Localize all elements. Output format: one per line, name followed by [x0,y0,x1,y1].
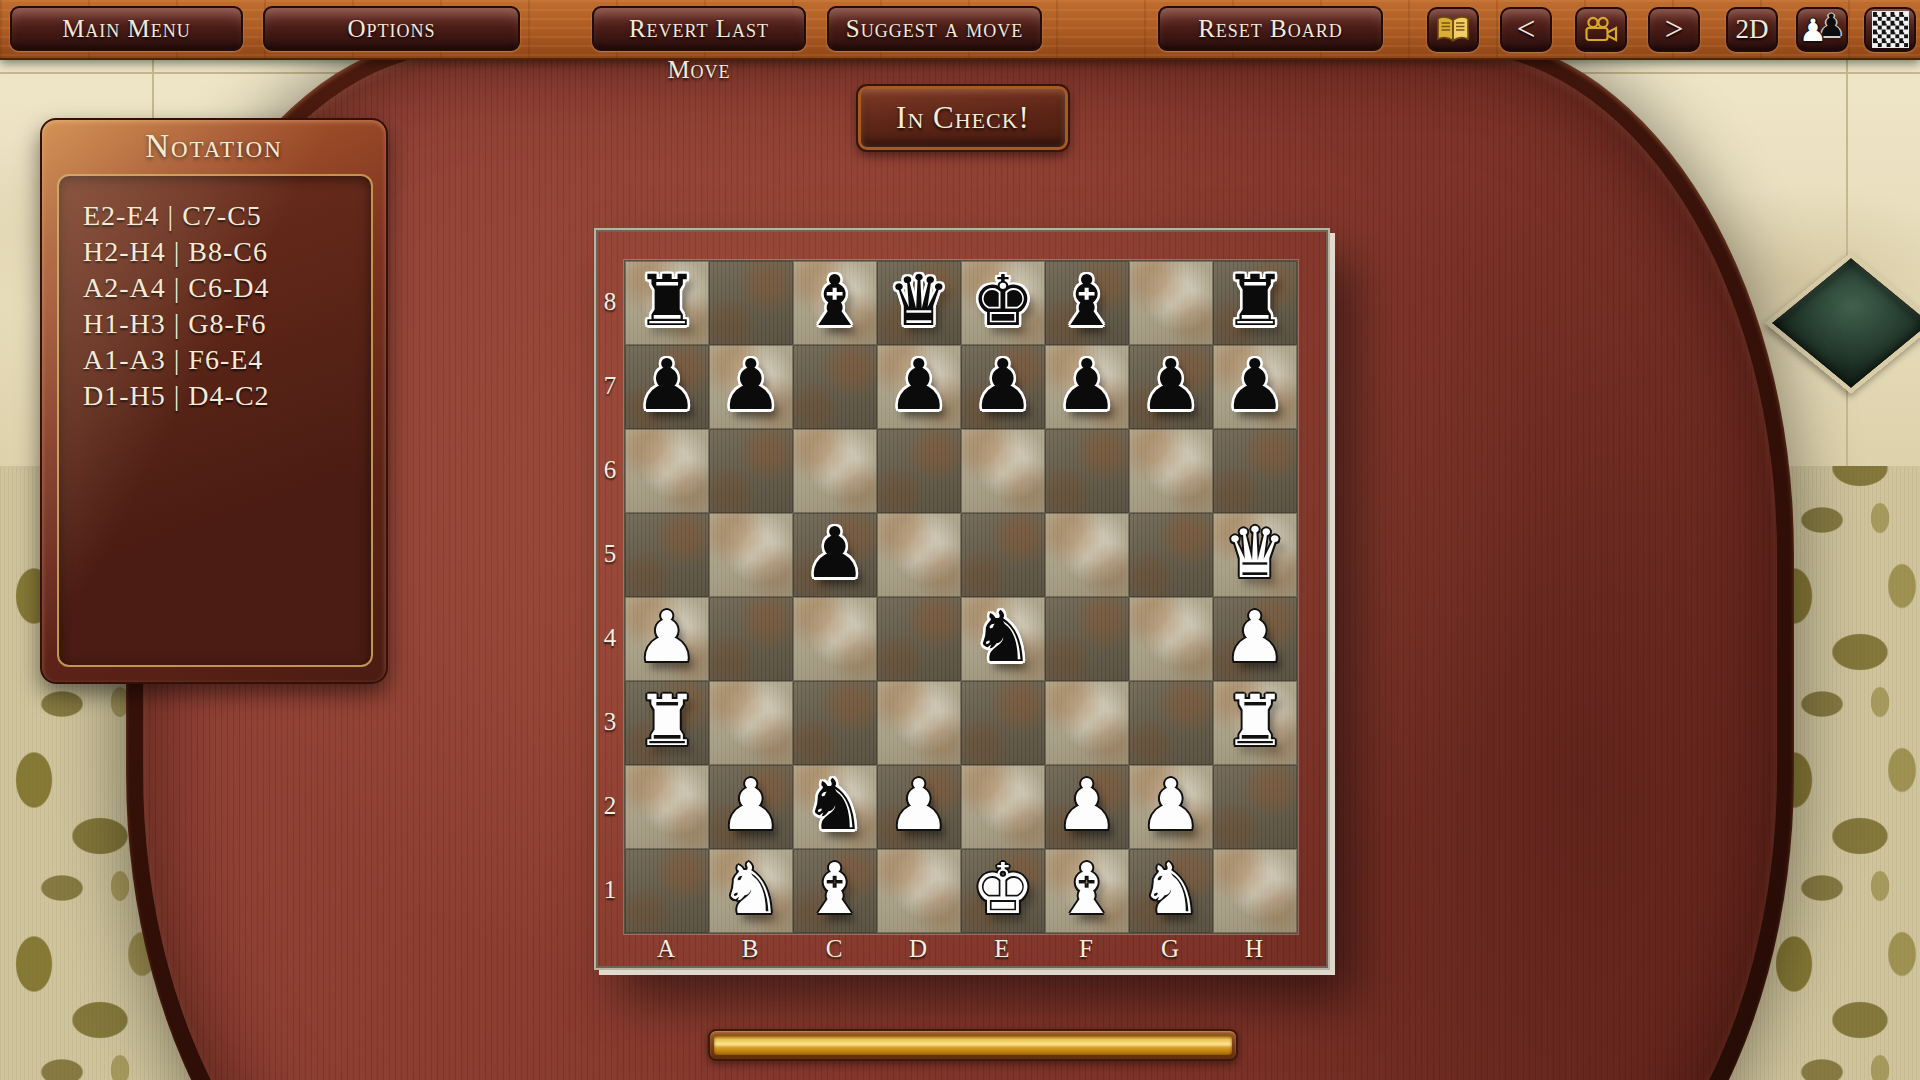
square-e8[interactable]: ♚ [961,261,1045,345]
square-g4[interactable] [1129,597,1213,681]
square-d8[interactable]: ♛ [877,261,961,345]
white-knight[interactable]: ♞ [720,854,783,924]
black-pawn[interactable]: ♟ [1140,350,1203,420]
square-d7[interactable]: ♟ [877,345,961,429]
square-f2[interactable]: ♟ [1045,765,1129,849]
open-book-icon [1435,15,1471,45]
square-e4[interactable]: ♞ [961,597,1045,681]
square-d3[interactable] [877,681,961,765]
notation-title: Notation [42,128,386,165]
square-h7[interactable]: ♟ [1213,345,1297,429]
rank-label-2: 2 [596,764,624,848]
file-label-d: D [876,932,960,966]
rank-label-5: 5 [596,512,624,596]
square-b5[interactable] [709,513,793,597]
black-pawn[interactable]: ♟ [720,350,783,420]
reset-board-button[interactable]: Reset Board [1158,6,1383,51]
square-d1[interactable] [877,849,961,933]
square-g7[interactable]: ♟ [1129,345,1213,429]
black-pawn[interactable]: ♟ [1056,350,1119,420]
black-pawn[interactable]: ♟ [1224,350,1287,420]
square-e7[interactable]: ♟ [961,345,1045,429]
square-h3[interactable]: ♜ [1213,681,1297,765]
board-style-button[interactable] [1864,7,1916,52]
chevron-left-icon: < [1517,11,1536,48]
square-a4[interactable]: ♟ [625,597,709,681]
square-c3[interactable] [793,681,877,765]
square-h2[interactable] [1213,765,1297,849]
view-mode-button[interactable]: 2D [1726,7,1778,52]
square-e3[interactable] [961,681,1045,765]
black-king[interactable]: ♚ [972,266,1035,336]
notation-move-row-3: A2-A4 | C6-D4 [83,270,371,306]
rank-label-3: 3 [596,680,624,764]
options-button[interactable]: Options [263,6,520,51]
file-label-a: A [624,932,708,966]
black-pawn[interactable]: ♟ [804,518,867,588]
black-bishop[interactable]: ♝ [804,266,867,336]
square-f5[interactable] [1045,513,1129,597]
white-knight[interactable]: ♞ [1140,854,1203,924]
rank-label-1: 1 [596,848,624,932]
square-c5[interactable]: ♟ [793,513,877,597]
square-c8[interactable]: ♝ [793,261,877,345]
white-king[interactable]: ♚ [972,854,1035,924]
square-a7[interactable]: ♟ [625,345,709,429]
square-g5[interactable] [1129,513,1213,597]
chevron-right-icon: > [1665,11,1684,48]
square-h5[interactable]: ♛ [1213,513,1297,597]
square-h6[interactable] [1213,429,1297,513]
file-label-e: E [960,932,1044,966]
revert-last-move-button[interactable]: Revert Last Move [592,6,806,51]
white-pawn[interactable]: ♟ [1056,770,1119,840]
square-f1[interactable]: ♝ [1045,849,1129,933]
movie-camera-icon [1582,15,1620,45]
pawn-pair-icon: ♟♟ [1801,10,1843,50]
file-label-c: C [792,932,876,966]
piece-set-button[interactable]: ♟♟ [1796,7,1848,52]
black-rook[interactable]: ♜ [1224,266,1287,336]
square-d6[interactable] [877,429,961,513]
square-g6[interactable] [1129,429,1213,513]
rank-label-8: 8 [596,260,624,344]
white-rook[interactable]: ♜ [636,686,699,756]
black-knight[interactable]: ♞ [972,602,1035,672]
square-c2[interactable]: ♞ [793,765,877,849]
black-pawn[interactable]: ♟ [972,350,1035,420]
square-g1[interactable]: ♞ [1129,849,1213,933]
square-a5[interactable] [625,513,709,597]
square-e1[interactable]: ♚ [961,849,1045,933]
square-h4[interactable]: ♟ [1213,597,1297,681]
white-bishop[interactable]: ♝ [1056,854,1119,924]
notation-panel: Notation E2-E4 | C7-C5H2-H4 | B8-C6A2-A4… [40,118,388,684]
replay-camera-button[interactable] [1575,7,1627,52]
square-f8[interactable]: ♝ [1045,261,1129,345]
square-h8[interactable]: ♜ [1213,261,1297,345]
white-queen[interactable]: ♛ [1224,518,1287,588]
notation-move-row-4: H1-H3 | G8-F6 [83,306,371,342]
black-pawn[interactable]: ♟ [636,350,699,420]
square-f7[interactable]: ♟ [1045,345,1129,429]
rank-label-6: 6 [596,428,624,512]
square-c7[interactable] [793,345,877,429]
suggest-move-button[interactable]: Suggest a move [827,6,1042,51]
main-menu-button[interactable]: Main Menu [10,6,243,51]
rank-label-7: 7 [596,344,624,428]
white-pawn[interactable]: ♟ [888,770,951,840]
square-e5[interactable] [961,513,1045,597]
square-f4[interactable] [1045,597,1129,681]
square-f6[interactable] [1045,429,1129,513]
progress-bar-fill [714,1035,1232,1055]
square-g3[interactable] [1129,681,1213,765]
file-label-f: F [1044,932,1128,966]
square-a2[interactable] [625,765,709,849]
black-bishop[interactable]: ♝ [1056,266,1119,336]
rank-label-4: 4 [596,596,624,680]
square-g8[interactable] [1129,261,1213,345]
board-grid: ♜♝♛♚♝♜♟♟♟♟♟♟♟♟♛♟♞♟♜♜♟♞♟♟♟♞♝♚♝♞ [624,260,1298,934]
square-b7[interactable]: ♟ [709,345,793,429]
check-banner: In Check! [858,86,1068,150]
file-label-h: H [1212,932,1296,966]
black-pawn[interactable]: ♟ [888,350,951,420]
square-c1[interactable]: ♝ [793,849,877,933]
square-a6[interactable] [625,429,709,513]
square-g2[interactable]: ♟ [1129,765,1213,849]
file-label-g: G [1128,932,1212,966]
square-b1[interactable]: ♞ [709,849,793,933]
square-b4[interactable] [709,597,793,681]
view-2d-label: 2D [1736,14,1769,45]
white-rook[interactable]: ♜ [1224,686,1287,756]
white-pawn[interactable]: ♟ [1224,602,1287,672]
notation-move-row-5: A1-A3 | F6-E4 [83,342,371,378]
square-b2[interactable]: ♟ [709,765,793,849]
square-d5[interactable] [877,513,961,597]
square-c4[interactable] [793,597,877,681]
square-d4[interactable] [877,597,961,681]
square-d2[interactable]: ♟ [877,765,961,849]
step-forward-button[interactable]: > [1648,7,1700,52]
step-back-button[interactable]: < [1500,7,1552,52]
square-c6[interactable] [793,429,877,513]
square-a8[interactable]: ♜ [625,261,709,345]
square-e2[interactable] [961,765,1045,849]
checkerboard-icon [1872,11,1909,48]
notation-book-button[interactable] [1427,7,1479,52]
white-pawn[interactable]: ♟ [720,770,783,840]
black-rook[interactable]: ♜ [636,266,699,336]
file-label-b: B [708,932,792,966]
square-a1[interactable] [625,849,709,933]
square-b8[interactable] [709,261,793,345]
square-b6[interactable] [709,429,793,513]
white-pawn[interactable]: ♟ [636,602,699,672]
square-f3[interactable] [1045,681,1129,765]
notation-move-row-6: D1-H5 | D4-C2 [83,378,371,414]
black-queen[interactable]: ♛ [888,266,951,336]
check-banner-text: In Check! [896,100,1030,135]
white-bishop[interactable]: ♝ [804,854,867,924]
square-a3[interactable]: ♜ [625,681,709,765]
square-b3[interactable] [709,681,793,765]
notation-move-list: E2-E4 | C7-C5H2-H4 | B8-C6A2-A4 | C6-D4H… [57,174,373,667]
notation-move-row-2: H2-H4 | B8-C6 [83,234,371,270]
chess-app: Main Menu Options Revert Last Move Sugge… [0,0,1920,1080]
progress-bar [708,1029,1238,1061]
square-e6[interactable] [961,429,1045,513]
square-h1[interactable] [1213,849,1297,933]
chess-board: 87654321 ABCDEFGH ♜♝♛♚♝♜♟♟♟♟♟♟♟♟♛♟♞♟♜♜♟♞… [594,228,1330,970]
white-pawn[interactable]: ♟ [1140,770,1203,840]
toolbar: Main Menu Options Revert Last Move Sugge… [0,0,1920,60]
notation-move-row-1: E2-E4 | C7-C5 [83,198,371,234]
black-knight[interactable]: ♞ [804,770,867,840]
